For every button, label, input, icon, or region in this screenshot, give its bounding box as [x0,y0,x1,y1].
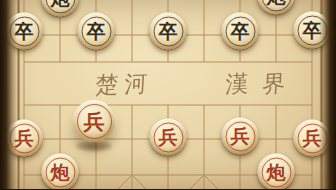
piece-character: 卒 [231,22,250,41]
piece-character: 炮 [267,0,286,6]
river-label-char: 漢 [225,72,249,96]
piece-character: 兵 [159,128,178,147]
piece-black-soldier[interactable]: 卒 [294,12,331,49]
piece-red-cannon[interactable]: 炮 [42,154,79,190]
piece-black-soldier[interactable]: 卒 [6,13,43,50]
piece-character: 兵 [84,111,105,132]
xiangqi-board[interactable]: 楚河漢界 炮炮卒卒卒卒卒兵兵兵兵兵炮炮 [0,0,336,189]
piece-red-cannon[interactable]: 炮 [258,154,295,190]
piece-red-soldier[interactable]: 兵 [73,100,115,142]
piece-red-soldier[interactable]: 兵 [6,120,43,157]
piece-character: 卒 [159,22,178,41]
piece-black-soldier[interactable]: 卒 [222,13,259,50]
piece-character: 炮 [267,163,286,182]
piece-red-soldier[interactable]: 兵 [294,120,331,157]
piece-red-soldier[interactable]: 兵 [222,118,259,155]
piece-character: 兵 [15,129,34,148]
piece-character: 炮 [51,163,70,182]
piece-character: 兵 [231,127,250,146]
river-label-char: 楚 [95,73,119,97]
piece-character: 兵 [303,129,322,148]
piece-character: 炮 [51,0,70,8]
piece-character: 卒 [15,22,34,41]
piece-character: 卒 [303,21,322,40]
piece-black-soldier[interactable]: 卒 [78,13,115,50]
piece-character: 卒 [87,22,106,41]
river-label-char: 河 [124,72,148,96]
river-label-char: 界 [262,72,286,96]
piece-black-soldier[interactable]: 卒 [150,13,187,50]
piece-red-soldier[interactable]: 兵 [150,119,187,156]
